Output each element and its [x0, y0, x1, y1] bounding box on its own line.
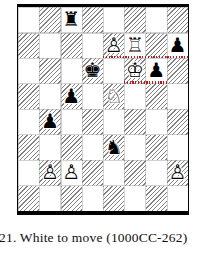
square-a1 [18, 186, 39, 212]
diagram-caption: 21. White to move (1000CC-262) [0, 230, 187, 246]
square-a8 [18, 7, 39, 33]
square-h4 [167, 109, 188, 135]
white-pawn-e7: ♙ [103, 33, 124, 59]
square-e8 [103, 7, 124, 33]
square-f6: ♔ [124, 58, 145, 84]
square-d1 [82, 186, 103, 212]
square-b6 [39, 58, 60, 84]
square-d7 [82, 33, 103, 59]
white-king-f6: ♔ [124, 58, 145, 84]
square-g5 [146, 84, 167, 110]
square-d3 [82, 135, 103, 161]
square-f7: ♖ [124, 33, 145, 59]
white-knight-e5: ♘ [103, 84, 124, 110]
white-pawn-b2: ♙ [39, 160, 60, 186]
square-f3 [124, 135, 145, 161]
square-h3 [167, 135, 188, 161]
square-c3 [61, 135, 82, 161]
square-b7 [39, 33, 60, 59]
square-h7: ♟ [167, 33, 188, 59]
square-b8 [39, 7, 60, 33]
square-a2 [18, 160, 39, 186]
red-squiggle-mark [124, 81, 167, 84]
square-g8 [146, 7, 167, 33]
square-g4 [146, 109, 167, 135]
black-rook-c8: ♜ [61, 7, 82, 33]
black-pawn-b4: ♟ [39, 109, 60, 135]
square-f1 [124, 186, 145, 212]
white-rook-f7: ♖ [124, 33, 145, 59]
black-knight-e3: ♞ [103, 135, 124, 161]
square-d6: ♚ [82, 58, 103, 84]
square-d8 [82, 7, 103, 33]
chess-board: ♜♙♖♟♚♔♟♟♘♟♞♙♙♙ [17, 4, 189, 215]
square-a7 [18, 33, 39, 59]
square-d5 [82, 84, 103, 110]
square-h1 [167, 186, 188, 212]
square-e6 [103, 58, 124, 84]
black-pawn-h7: ♟ [167, 33, 188, 59]
square-b3 [39, 135, 60, 161]
square-f2 [124, 160, 145, 186]
square-d4 [82, 109, 103, 135]
chess-diagram-page: ♜♙♖♟♚♔♟♟♘♟♞♙♙♙ 21. White to move (1000CC… [0, 0, 206, 254]
black-pawn-c5: ♟ [61, 84, 82, 110]
square-e2 [103, 160, 124, 186]
square-b4: ♟ [39, 109, 60, 135]
square-e4 [103, 109, 124, 135]
square-g2 [146, 160, 167, 186]
square-e3: ♞ [103, 135, 124, 161]
white-pawn-c2: ♙ [61, 160, 82, 186]
square-d2 [82, 160, 103, 186]
square-f4 [124, 109, 145, 135]
square-c2: ♙ [61, 160, 82, 186]
square-h6 [167, 58, 188, 84]
square-e7: ♙ [103, 33, 124, 59]
square-e1 [103, 186, 124, 212]
square-a4 [18, 109, 39, 135]
square-c5: ♟ [61, 84, 82, 110]
square-g1 [146, 186, 167, 212]
square-c7 [61, 33, 82, 59]
square-a5 [18, 84, 39, 110]
square-a3 [18, 135, 39, 161]
square-c8: ♜ [61, 7, 82, 33]
square-c4 [61, 109, 82, 135]
square-h5 [167, 84, 188, 110]
black-pawn-g6: ♟ [146, 58, 167, 84]
square-h2: ♙ [167, 160, 188, 186]
square-c6 [61, 58, 82, 84]
square-a6 [18, 58, 39, 84]
square-e5: ♘ [103, 84, 124, 110]
black-king-d6: ♚ [82, 58, 103, 84]
square-c1 [61, 186, 82, 212]
square-g7 [146, 33, 167, 59]
square-h8 [167, 7, 188, 33]
white-pawn-h2: ♙ [167, 160, 188, 186]
square-b1 [39, 186, 60, 212]
square-f5 [124, 84, 145, 110]
square-b2: ♙ [39, 160, 60, 186]
square-f8 [124, 7, 145, 33]
square-b5 [39, 84, 60, 110]
square-g6: ♟ [146, 58, 167, 84]
square-g3 [146, 135, 167, 161]
red-squiggle-mark [103, 56, 188, 59]
